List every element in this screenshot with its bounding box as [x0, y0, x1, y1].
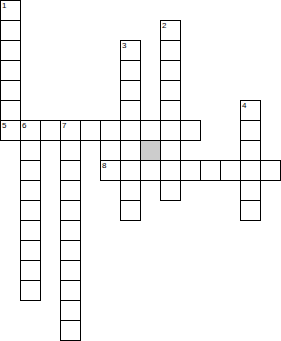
crossword-cell[interactable]	[20, 180, 41, 201]
clue-number: 8	[102, 161, 106, 170]
crossword-cell[interactable]	[160, 100, 181, 121]
crossword-cell[interactable]	[100, 140, 121, 161]
crossword-cell[interactable]	[80, 120, 101, 141]
crossword-cell[interactable]	[180, 160, 201, 181]
crossword-cell[interactable]	[0, 60, 21, 81]
clue-number: 2	[162, 21, 166, 30]
crossword-cell[interactable]: 8	[100, 160, 121, 181]
crossword-cell[interactable]	[20, 220, 41, 241]
crossword-cell[interactable]	[160, 180, 181, 201]
crossword-cell[interactable]	[160, 140, 181, 161]
crossword-cell[interactable]: 3	[120, 40, 141, 61]
crossword-cell[interactable]	[220, 160, 241, 181]
crossword-cell[interactable]	[120, 180, 141, 201]
crossword-cell[interactable]	[240, 140, 261, 161]
crossword-cell[interactable]	[0, 40, 21, 61]
crossword-cell[interactable]	[160, 40, 181, 61]
crossword-cell[interactable]	[140, 160, 161, 181]
crossword-cell[interactable]: 4	[240, 100, 261, 121]
crossword-cell[interactable]	[60, 180, 81, 201]
crossword-cell[interactable]	[60, 240, 81, 261]
crossword-cell[interactable]	[180, 120, 201, 141]
crossword-cell-selected[interactable]	[140, 140, 161, 161]
crossword-cell[interactable]	[60, 140, 81, 161]
crossword-cell[interactable]	[60, 280, 81, 301]
crossword-cell[interactable]	[40, 120, 61, 141]
crossword-cell[interactable]	[20, 260, 41, 281]
crossword-cell[interactable]	[120, 200, 141, 221]
clue-number: 7	[62, 121, 66, 130]
crossword-cell[interactable]	[160, 160, 181, 181]
crossword-board: 12345678	[0, 0, 281, 341]
clue-number: 1	[2, 1, 6, 10]
crossword-cell[interactable]	[120, 160, 141, 181]
clue-number: 4	[242, 101, 246, 110]
crossword-cell[interactable]	[100, 120, 121, 141]
crossword-cell[interactable]	[200, 160, 221, 181]
crossword-cell[interactable]	[140, 120, 161, 141]
crossword-cell[interactable]	[20, 200, 41, 221]
crossword-cell[interactable]: 7	[60, 120, 81, 141]
crossword-cell[interactable]	[60, 220, 81, 241]
crossword-cell[interactable]	[240, 180, 261, 201]
crossword-cell[interactable]	[60, 200, 81, 221]
crossword-cell[interactable]	[240, 120, 261, 141]
crossword-cell[interactable]	[0, 20, 21, 41]
crossword-cell[interactable]	[120, 120, 141, 141]
crossword-cell[interactable]	[120, 100, 141, 121]
crossword-cell[interactable]	[160, 80, 181, 101]
crossword-cell[interactable]	[20, 240, 41, 261]
clue-number: 3	[122, 41, 126, 50]
crossword-cell[interactable]	[240, 160, 261, 181]
crossword-cell[interactable]	[120, 60, 141, 81]
crossword-cell[interactable]	[20, 280, 41, 301]
crossword-cell[interactable]: 2	[160, 20, 181, 41]
crossword-cell[interactable]	[60, 300, 81, 321]
crossword-cell[interactable]	[260, 160, 281, 181]
crossword-cell[interactable]	[160, 120, 181, 141]
clue-number: 5	[2, 121, 6, 130]
crossword-cell[interactable]	[240, 200, 261, 221]
crossword-cell[interactable]	[20, 160, 41, 181]
crossword-cell[interactable]	[60, 320, 81, 341]
crossword-cell[interactable]: 1	[0, 0, 21, 21]
crossword-cell[interactable]	[60, 160, 81, 181]
crossword-cell[interactable]	[20, 140, 41, 161]
crossword-cell[interactable]	[120, 140, 141, 161]
crossword-cell[interactable]	[0, 100, 21, 121]
clue-number: 6	[22, 121, 26, 130]
crossword-cell[interactable]	[120, 80, 141, 101]
crossword-cell[interactable]	[60, 260, 81, 281]
crossword-cell[interactable]: 5	[0, 120, 21, 141]
crossword-cell[interactable]	[0, 80, 21, 101]
crossword-cell[interactable]	[160, 60, 181, 81]
crossword-cell[interactable]: 6	[20, 120, 41, 141]
